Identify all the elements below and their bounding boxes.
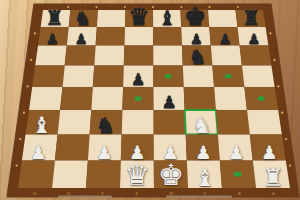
square-h1[interactable] <box>253 161 290 189</box>
file-label-G: G <box>67 191 70 196</box>
file-label-E: E <box>136 191 139 196</box>
chess-board[interactable]: HGFEDCBA <box>0 0 300 200</box>
frame-stud <box>281 112 283 114</box>
square-f6[interactable] <box>182 46 212 66</box>
square-c7[interactable] <box>96 27 125 46</box>
square-d2[interactable] <box>121 135 154 161</box>
frame-stud <box>285 138 287 140</box>
square-h8[interactable] <box>236 10 266 27</box>
square-a1[interactable] <box>18 161 55 189</box>
square-b3[interactable] <box>58 110 92 135</box>
frame-stud <box>237 6 239 8</box>
file-label-A: A <box>272 191 275 196</box>
square-e8[interactable] <box>153 10 181 27</box>
file-label-H: H <box>33 191 36 196</box>
square-a4[interactable] <box>29 87 63 110</box>
square-a8[interactable] <box>41 10 71 27</box>
frame-stud <box>19 138 21 140</box>
square-b2[interactable] <box>55 135 90 161</box>
square-b5[interactable] <box>63 66 95 88</box>
square-f8[interactable] <box>181 10 210 27</box>
square-c4[interactable] <box>91 87 123 110</box>
square-e1[interactable] <box>154 161 188 189</box>
square-d1[interactable] <box>120 161 154 189</box>
square-c3[interactable] <box>90 110 123 135</box>
square-d6[interactable] <box>124 46 154 66</box>
frame-fine-print <box>166 196 232 198</box>
square-f7[interactable] <box>181 27 211 46</box>
square-g4[interactable] <box>214 87 247 110</box>
move-hint-g5[interactable] <box>225 74 232 78</box>
square-a5[interactable] <box>32 66 64 88</box>
file-label-B: B <box>238 191 241 196</box>
frame-stud <box>30 59 32 61</box>
frame-stud <box>289 165 291 167</box>
frame-fine-print <box>58 196 112 198</box>
square-e4[interactable] <box>153 87 184 110</box>
square-f2[interactable] <box>186 135 220 161</box>
square-d8[interactable] <box>125 10 153 27</box>
square-h6[interactable] <box>240 46 272 66</box>
square-d5[interactable] <box>123 66 153 88</box>
square-a7[interactable] <box>38 27 69 46</box>
frame-stud <box>23 112 25 114</box>
square-b1[interactable] <box>52 161 88 189</box>
move-hint-g1[interactable] <box>234 172 242 177</box>
square-c6[interactable] <box>94 46 124 66</box>
square-g3[interactable] <box>216 110 250 135</box>
frame-stud <box>34 32 36 34</box>
square-e3[interactable] <box>154 110 186 135</box>
move-hint-d4[interactable] <box>135 96 142 101</box>
square-c8[interactable] <box>97 10 126 27</box>
square-e6[interactable] <box>153 46 183 66</box>
frame-stud <box>209 6 211 8</box>
square-h7[interactable] <box>238 27 269 46</box>
square-a3[interactable] <box>26 110 61 135</box>
square-e7[interactable] <box>153 27 182 46</box>
square-b8[interactable] <box>69 10 98 27</box>
square-f1[interactable] <box>187 161 222 189</box>
square-f4[interactable] <box>184 87 216 110</box>
move-hint-h4[interactable] <box>258 96 265 101</box>
frame-stud <box>16 165 18 167</box>
square-d3[interactable] <box>122 110 154 135</box>
square-h3[interactable] <box>247 110 282 135</box>
frame-stud <box>180 6 182 8</box>
square-h2[interactable] <box>250 135 286 161</box>
square-a2[interactable] <box>22 135 58 161</box>
frame-stud <box>273 59 275 61</box>
frame-stud <box>124 6 126 8</box>
square-g7[interactable] <box>209 27 239 46</box>
square-g2[interactable] <box>218 135 253 161</box>
square-h5[interactable] <box>242 66 275 88</box>
square-b7[interactable] <box>67 27 97 46</box>
file-label-C: C <box>204 191 207 196</box>
move-hint-e5[interactable] <box>165 74 172 78</box>
file-label-D: D <box>169 191 172 196</box>
square-f3[interactable] <box>185 110 218 135</box>
frame-stud <box>152 6 154 8</box>
square-a6[interactable] <box>35 46 67 66</box>
square-c1[interactable] <box>86 161 121 189</box>
square-b4[interactable] <box>60 87 93 110</box>
square-c5[interactable] <box>93 66 124 88</box>
square-e2[interactable] <box>154 135 187 161</box>
frame-stud <box>96 6 98 8</box>
square-b6[interactable] <box>65 46 96 66</box>
square-f5[interactable] <box>183 66 214 88</box>
frame-stud <box>27 85 29 87</box>
frame-stud <box>67 6 69 8</box>
square-c2[interactable] <box>88 135 122 161</box>
square-d7[interactable] <box>124 27 153 46</box>
square-g6[interactable] <box>211 46 242 66</box>
frame-stud <box>269 32 271 34</box>
square-g8[interactable] <box>208 10 238 27</box>
frame-stud <box>277 85 279 87</box>
chess-app-screen: HGFEDCBA ♜♞♛♝♚♜♟♟♟♟♟♞♟♟♞♝♞♟♟♟♟♟♟♟♛♚♝♜ <box>0 0 300 200</box>
